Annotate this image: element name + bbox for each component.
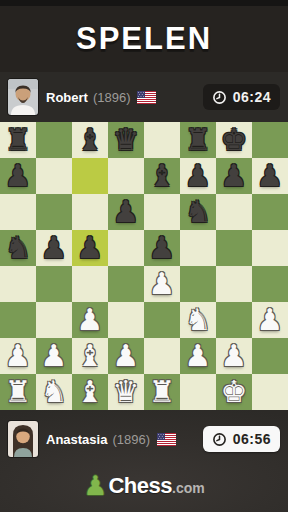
square-d2[interactable]: ♟ (108, 338, 144, 374)
square-f4[interactable] (180, 266, 216, 302)
player-clock-time: 06:56 (233, 431, 271, 447)
square-d3[interactable] (108, 302, 144, 338)
app-screen: SPELEN Robert (1896) (0, 0, 288, 512)
square-a5[interactable]: ♞ (0, 230, 36, 266)
piece-black-king: ♚ (221, 122, 248, 158)
piece-black-bishop: ♝ (149, 158, 176, 194)
square-f5[interactable] (180, 230, 216, 266)
piece-black-rook: ♜ (5, 122, 32, 158)
us-flag-icon (137, 91, 156, 104)
piece-white-pawn: ♟ (77, 302, 104, 338)
clock-icon (212, 432, 227, 447)
piece-white-pawn: ♟ (5, 338, 32, 374)
piece-white-pawn: ♟ (41, 338, 68, 374)
piece-white-knight: ♞ (185, 302, 212, 338)
square-h2[interactable] (252, 338, 288, 374)
piece-white-pawn: ♟ (257, 302, 284, 338)
piece-black-pawn: ♟ (113, 194, 140, 230)
piece-black-bishop: ♝ (77, 122, 104, 158)
opponent-name: Robert (46, 90, 88, 105)
piece-black-pawn: ♟ (41, 230, 68, 266)
square-g6[interactable] (216, 194, 252, 230)
player-rating: (1896) (112, 432, 150, 447)
piece-white-pawn: ♟ (185, 338, 212, 374)
square-b4[interactable] (36, 266, 72, 302)
square-f3[interactable]: ♞ (180, 302, 216, 338)
footer: ♟ Chess .com (0, 464, 288, 508)
square-b1[interactable]: ♞ (36, 374, 72, 410)
piece-white-pawn: ♟ (149, 266, 176, 302)
piece-white-pawn: ♟ (221, 338, 248, 374)
piece-white-bishop: ♝ (77, 374, 104, 410)
piece-black-queen: ♛ (113, 122, 140, 158)
logo-text: Chess (108, 473, 172, 499)
piece-white-queen: ♛ (113, 374, 140, 410)
square-d1[interactable]: ♛ (108, 374, 144, 410)
page-title: SPELEN (76, 21, 212, 57)
square-h6[interactable] (252, 194, 288, 230)
square-c6[interactable] (72, 194, 108, 230)
us-flag-icon (157, 433, 176, 446)
square-f7[interactable]: ♟ (180, 158, 216, 194)
piece-white-pawn: ♟ (113, 338, 140, 374)
square-c7[interactable] (72, 158, 108, 194)
piece-black-knight: ♞ (185, 194, 212, 230)
piece-black-pawn: ♟ (77, 230, 104, 266)
square-h7[interactable]: ♟ (252, 158, 288, 194)
square-a6[interactable] (0, 194, 36, 230)
piece-black-pawn: ♟ (257, 158, 284, 194)
square-e1[interactable]: ♜ (144, 374, 180, 410)
opponent-rating: (1896) (93, 90, 131, 105)
square-h5[interactable] (252, 230, 288, 266)
square-e5[interactable]: ♟ (144, 230, 180, 266)
square-b6[interactable] (36, 194, 72, 230)
piece-white-rook: ♜ (5, 374, 32, 410)
opponent-avatar (8, 79, 38, 115)
square-d7[interactable] (108, 158, 144, 194)
square-a4[interactable] (0, 266, 36, 302)
piece-black-knight: ♞ (5, 230, 32, 266)
piece-black-pawn: ♟ (149, 230, 176, 266)
square-c8[interactable]: ♝ (72, 122, 108, 158)
piece-black-pawn: ♟ (5, 158, 32, 194)
square-e7[interactable]: ♝ (144, 158, 180, 194)
square-g3[interactable] (216, 302, 252, 338)
square-a8[interactable]: ♜ (0, 122, 36, 158)
player-clock: 06:56 (203, 426, 280, 452)
square-f6[interactable]: ♞ (180, 194, 216, 230)
square-e2[interactable] (144, 338, 180, 374)
player-info: Anastasia (1896) (46, 432, 203, 447)
square-a3[interactable] (0, 302, 36, 338)
square-d8[interactable]: ♛ (108, 122, 144, 158)
square-d5[interactable] (108, 230, 144, 266)
square-f2[interactable]: ♟ (180, 338, 216, 374)
square-g4[interactable] (216, 266, 252, 302)
square-d4[interactable] (108, 266, 144, 302)
square-c5[interactable]: ♟ (72, 230, 108, 266)
square-f1[interactable] (180, 374, 216, 410)
square-a1[interactable]: ♜ (0, 374, 36, 410)
square-h3[interactable]: ♟ (252, 302, 288, 338)
opponent-bar: Robert (1896) (0, 72, 288, 122)
piece-white-bishop: ♝ (77, 338, 104, 374)
opponent-clock-time: 06:24 (233, 89, 271, 105)
square-g8[interactable]: ♚ (216, 122, 252, 158)
opponent-info: Robert (1896) (46, 90, 203, 105)
piece-black-rook: ♜ (185, 122, 212, 158)
square-e4[interactable]: ♟ (144, 266, 180, 302)
bottom-zone: Anastasia (1896) (0, 410, 288, 512)
square-h1[interactable] (252, 374, 288, 410)
header: SPELEN (0, 6, 288, 72)
square-f8[interactable]: ♜ (180, 122, 216, 158)
square-b7[interactable] (36, 158, 72, 194)
avatar-photo-anastasia (8, 421, 38, 457)
square-e6[interactable] (144, 194, 180, 230)
square-b5[interactable]: ♟ (36, 230, 72, 266)
piece-white-rook: ♜ (149, 374, 176, 410)
square-g5[interactable] (216, 230, 252, 266)
square-b8[interactable] (36, 122, 72, 158)
square-b3[interactable] (36, 302, 72, 338)
square-h4[interactable] (252, 266, 288, 302)
player-avatar (8, 421, 38, 457)
clock-icon (212, 90, 227, 105)
square-h8[interactable] (252, 122, 288, 158)
chesscom-logo[interactable]: ♟ Chess .com (83, 473, 204, 499)
chess-board[interactable]: ♜♝♛♜♚♟♝♟♟♟♟♞♞♟♟♟♟♟♞♟♟♟♝♟♟♟♜♞♝♛♜♚ (0, 122, 288, 410)
piece-black-pawn: ♟ (185, 158, 212, 194)
pawn-logo-icon: ♟ (83, 472, 107, 499)
square-a2[interactable]: ♟ (0, 338, 36, 374)
square-e3[interactable] (144, 302, 180, 338)
logo-suffix: .com (172, 480, 205, 496)
avatar-photo-robert (8, 79, 38, 115)
square-c3[interactable]: ♟ (72, 302, 108, 338)
square-g7[interactable]: ♟ (216, 158, 252, 194)
square-e8[interactable] (144, 122, 180, 158)
player-name: Anastasia (46, 432, 107, 447)
square-c2[interactable]: ♝ (72, 338, 108, 374)
opponent-clock: 06:24 (203, 84, 280, 110)
square-g2[interactable]: ♟ (216, 338, 252, 374)
square-b2[interactable]: ♟ (36, 338, 72, 374)
square-a7[interactable]: ♟ (0, 158, 36, 194)
piece-white-king: ♚ (221, 374, 248, 410)
piece-black-pawn: ♟ (221, 158, 248, 194)
piece-white-knight: ♞ (41, 374, 68, 410)
square-c4[interactable] (72, 266, 108, 302)
player-bar: Anastasia (1896) (0, 410, 288, 464)
square-d6[interactable]: ♟ (108, 194, 144, 230)
square-g1[interactable]: ♚ (216, 374, 252, 410)
square-c1[interactable]: ♝ (72, 374, 108, 410)
